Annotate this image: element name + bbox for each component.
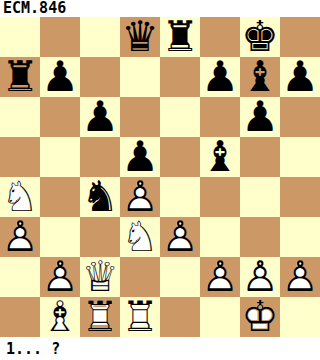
square-b3[interactable] xyxy=(40,217,80,257)
black-piece-fill: ♝ xyxy=(200,137,240,177)
square-a6[interactable] xyxy=(0,97,40,137)
square-c4[interactable]: ♞ xyxy=(80,177,120,217)
piece-black-pawn[interactable]: ♟ xyxy=(200,57,240,97)
square-a1[interactable] xyxy=(0,297,40,337)
black-piece-fill: ♝ xyxy=(240,57,280,97)
white-piece-outline: ♙ xyxy=(120,177,160,217)
black-piece-fill: ♟ xyxy=(120,137,160,177)
square-b8[interactable] xyxy=(40,17,80,57)
square-a7[interactable]: ♜ xyxy=(0,57,40,97)
square-f5[interactable]: ♝ xyxy=(200,137,240,177)
piece-white-king[interactable]: ♚♔ xyxy=(240,297,280,337)
piece-white-pawn[interactable]: ♟♙ xyxy=(120,177,160,217)
piece-black-pawn[interactable]: ♟ xyxy=(280,57,320,97)
square-f1[interactable] xyxy=(200,297,240,337)
square-e2[interactable] xyxy=(160,257,200,297)
white-piece-outline: ♙ xyxy=(200,257,240,297)
piece-white-bishop[interactable]: ♝♗ xyxy=(40,297,80,337)
black-piece-fill: ♟ xyxy=(240,97,280,137)
square-a4[interactable]: ♞♘ xyxy=(0,177,40,217)
square-g3[interactable] xyxy=(240,217,280,257)
chess-board: ♛♜♚♜♟♟♝♟♟♟♟♝♞♘♞♟♙♟♙♞♘♟♙♟♙♛♕♟♙♟♙♟♙♝♗♜♖♜♖♚… xyxy=(0,17,320,337)
square-h2[interactable]: ♟♙ xyxy=(280,257,320,297)
square-d4[interactable]: ♟♙ xyxy=(120,177,160,217)
piece-black-king[interactable]: ♚ xyxy=(240,17,280,57)
square-b5[interactable] xyxy=(40,137,80,177)
square-d1[interactable]: ♜♖ xyxy=(120,297,160,337)
black-piece-fill: ♛ xyxy=(120,17,160,57)
square-g1[interactable]: ♚♔ xyxy=(240,297,280,337)
piece-white-pawn[interactable]: ♟♙ xyxy=(200,257,240,297)
white-piece-outline: ♖ xyxy=(80,297,120,337)
white-piece-outline: ♘ xyxy=(0,177,40,217)
piece-black-pawn[interactable]: ♟ xyxy=(40,57,80,97)
piece-black-queen[interactable]: ♛ xyxy=(120,17,160,57)
square-c6[interactable]: ♟ xyxy=(80,97,120,137)
square-h6[interactable] xyxy=(280,97,320,137)
square-d3[interactable]: ♞♘ xyxy=(120,217,160,257)
square-e8[interactable]: ♜ xyxy=(160,17,200,57)
square-e3[interactable]: ♟♙ xyxy=(160,217,200,257)
square-e5[interactable] xyxy=(160,137,200,177)
square-b4[interactable] xyxy=(40,177,80,217)
square-b6[interactable] xyxy=(40,97,80,137)
square-c3[interactable] xyxy=(80,217,120,257)
square-h8[interactable] xyxy=(280,17,320,57)
piece-white-pawn[interactable]: ♟♙ xyxy=(280,257,320,297)
square-g4[interactable] xyxy=(240,177,280,217)
black-piece-fill: ♟ xyxy=(80,97,120,137)
square-e7[interactable] xyxy=(160,57,200,97)
square-d6[interactable] xyxy=(120,97,160,137)
square-f6[interactable] xyxy=(200,97,240,137)
white-piece-outline: ♙ xyxy=(240,257,280,297)
black-piece-fill: ♟ xyxy=(40,57,80,97)
square-g8[interactable]: ♚ xyxy=(240,17,280,57)
piece-white-pawn[interactable]: ♟♙ xyxy=(0,217,40,257)
piece-black-rook[interactable]: ♜ xyxy=(160,17,200,57)
piece-black-rook[interactable]: ♜ xyxy=(0,57,40,97)
black-piece-fill: ♜ xyxy=(160,17,200,57)
black-piece-fill: ♟ xyxy=(200,57,240,97)
square-a2[interactable] xyxy=(0,257,40,297)
square-g5[interactable] xyxy=(240,137,280,177)
square-f3[interactable] xyxy=(200,217,240,257)
square-c7[interactable] xyxy=(80,57,120,97)
white-piece-outline: ♕ xyxy=(80,257,120,297)
white-piece-outline: ♙ xyxy=(0,217,40,257)
square-b1[interactable]: ♝♗ xyxy=(40,297,80,337)
black-piece-fill: ♜ xyxy=(0,57,40,97)
square-e1[interactable] xyxy=(160,297,200,337)
square-c1[interactable]: ♜♖ xyxy=(80,297,120,337)
piece-black-bishop[interactable]: ♝ xyxy=(200,137,240,177)
piece-white-knight[interactable]: ♞♘ xyxy=(0,177,40,217)
black-piece-fill: ♞ xyxy=(80,177,120,217)
piece-black-pawn[interactable]: ♟ xyxy=(80,97,120,137)
square-c5[interactable] xyxy=(80,137,120,177)
piece-white-pawn[interactable]: ♟♙ xyxy=(240,257,280,297)
piece-white-pawn[interactable]: ♟♙ xyxy=(40,257,80,297)
square-c2[interactable]: ♛♕ xyxy=(80,257,120,297)
square-b2[interactable]: ♟♙ xyxy=(40,257,80,297)
piece-black-knight[interactable]: ♞ xyxy=(80,177,120,217)
piece-black-bishop[interactable]: ♝ xyxy=(240,57,280,97)
piece-white-queen[interactable]: ♛♕ xyxy=(80,257,120,297)
square-g7[interactable]: ♝ xyxy=(240,57,280,97)
piece-white-rook[interactable]: ♜♖ xyxy=(120,297,160,337)
black-piece-fill: ♟ xyxy=(280,57,320,97)
square-h3[interactable] xyxy=(280,217,320,257)
square-e6[interactable] xyxy=(160,97,200,137)
square-f7[interactable]: ♟ xyxy=(200,57,240,97)
square-a5[interactable] xyxy=(0,137,40,177)
square-g6[interactable]: ♟ xyxy=(240,97,280,137)
piece-black-pawn[interactable]: ♟ xyxy=(120,137,160,177)
square-h5[interactable] xyxy=(280,137,320,177)
square-d7[interactable] xyxy=(120,57,160,97)
square-h4[interactable] xyxy=(280,177,320,217)
black-piece-fill: ♚ xyxy=(240,17,280,57)
square-a8[interactable] xyxy=(0,17,40,57)
white-piece-outline: ♙ xyxy=(40,257,80,297)
square-f2[interactable]: ♟♙ xyxy=(200,257,240,297)
white-piece-outline: ♖ xyxy=(120,297,160,337)
chess-app-window: ECM.846 ♛♜♚♜♟♟♝♟♟♟♟♝♞♘♞♟♙♟♙♞♘♟♙♟♙♛♕♟♙♟♙♟… xyxy=(0,0,320,360)
piece-white-rook[interactable]: ♜♖ xyxy=(80,297,120,337)
piece-white-knight[interactable]: ♞♘ xyxy=(120,217,160,257)
square-f4[interactable] xyxy=(200,177,240,217)
square-a3[interactable]: ♟♙ xyxy=(0,217,40,257)
square-g2[interactable]: ♟♙ xyxy=(240,257,280,297)
square-c8[interactable] xyxy=(80,17,120,57)
white-piece-outline: ♙ xyxy=(280,257,320,297)
square-f8[interactable] xyxy=(200,17,240,57)
piece-black-pawn[interactable]: ♟ xyxy=(240,97,280,137)
square-d5[interactable]: ♟ xyxy=(120,137,160,177)
square-b7[interactable]: ♟ xyxy=(40,57,80,97)
white-piece-outline: ♘ xyxy=(120,217,160,257)
white-piece-outline: ♔ xyxy=(240,297,280,337)
square-h1[interactable] xyxy=(280,297,320,337)
square-e4[interactable] xyxy=(160,177,200,217)
white-piece-outline: ♙ xyxy=(160,217,200,257)
square-h7[interactable]: ♟ xyxy=(280,57,320,97)
piece-white-pawn[interactable]: ♟♙ xyxy=(160,217,200,257)
square-d2[interactable] xyxy=(120,257,160,297)
white-piece-outline: ♗ xyxy=(40,297,80,337)
square-d8[interactable]: ♛ xyxy=(120,17,160,57)
